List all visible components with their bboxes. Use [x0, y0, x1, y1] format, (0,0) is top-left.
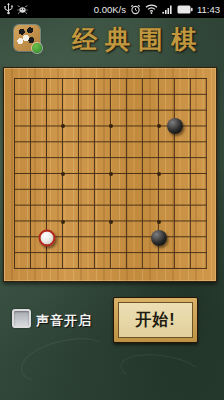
star-point: [109, 172, 113, 176]
star-point: [61, 124, 65, 128]
usb-icon: [4, 3, 13, 15]
app-title: 经典围棋: [44, 18, 224, 62]
board-grid[interactable]: [14, 78, 207, 269]
wifi-icon: [145, 4, 158, 14]
go-board[interactable]: [3, 67, 217, 282]
app-icon-badge: [32, 43, 42, 53]
title-bar: 经典围棋: [0, 18, 224, 62]
black-stone: [167, 118, 183, 134]
network-speed: 0.00K/s: [94, 4, 126, 15]
start-button[interactable]: 开始!: [113, 297, 198, 343]
sound-checkbox-label: 声音开启: [36, 312, 92, 330]
star-point: [109, 124, 113, 128]
star-point: [157, 124, 161, 128]
signal-strength-icon: [162, 4, 173, 14]
start-button-label: 开始!: [118, 302, 193, 338]
app-screen: 0.00K/s: [0, 0, 224, 400]
battery-icon: [177, 5, 193, 14]
black-stone: [151, 230, 167, 246]
star-point: [157, 220, 161, 224]
status-bar: 0.00K/s: [0, 0, 224, 18]
star-point: [61, 220, 65, 224]
star-point: [61, 172, 65, 176]
alarm-clock-icon: [130, 4, 141, 15]
usb-debug-bug-icon: [17, 4, 28, 14]
white-stone-last-move: [38, 229, 55, 246]
chalk-scribble: [118, 349, 204, 392]
chalk-scribble: [17, 331, 116, 391]
star-point: [157, 172, 161, 176]
go-board-app-icon: [14, 25, 40, 51]
clock-time: 11:43: [197, 4, 220, 15]
sound-checkbox[interactable]: [12, 309, 31, 328]
star-point: [109, 220, 113, 224]
